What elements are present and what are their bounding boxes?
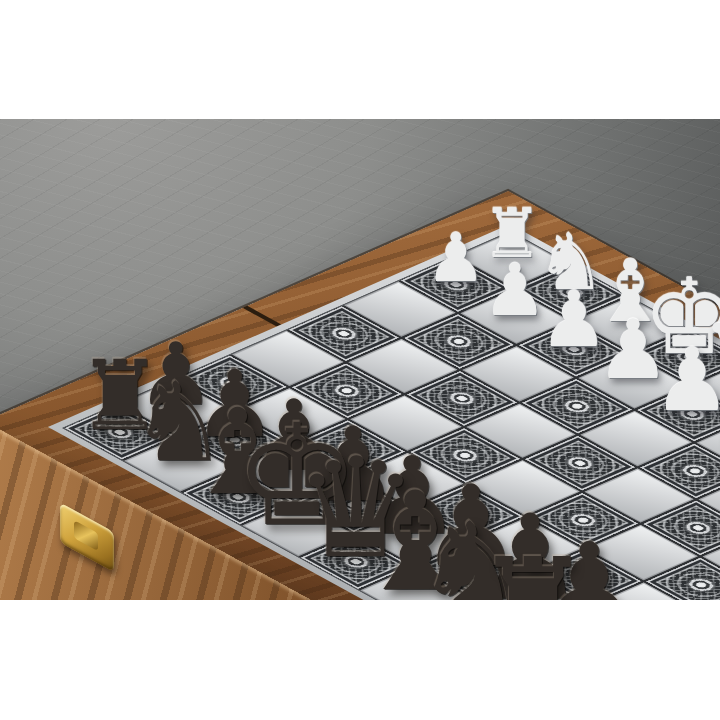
brass-latch-icon — [60, 502, 114, 572]
chess-set-photo: ♜♞♝♛♚♝♞♜♟♟♟♟♟♟♟♟♟♟♟♟♟♟♟♟♜♞♝♛♚♝♞♜ — [0, 119, 720, 600]
white-pawn-c2[interactable]: ♟ — [709, 364, 720, 457]
product-photo-canvas: ♜♞♝♛♚♝♞♜♟♟♟♟♟♟♟♟♟♟♟♟♟♟♟♟♜♞♝♛♚♝♞♜ — [0, 0, 720, 720]
white-pawn-h2[interactable]: ♟ — [426, 225, 486, 292]
white-pawn-g2[interactable]: ♟ — [483, 253, 548, 325]
hinge-seam-left — [243, 306, 282, 327]
black-rook-a8[interactable]: ♜ — [473, 541, 593, 600]
